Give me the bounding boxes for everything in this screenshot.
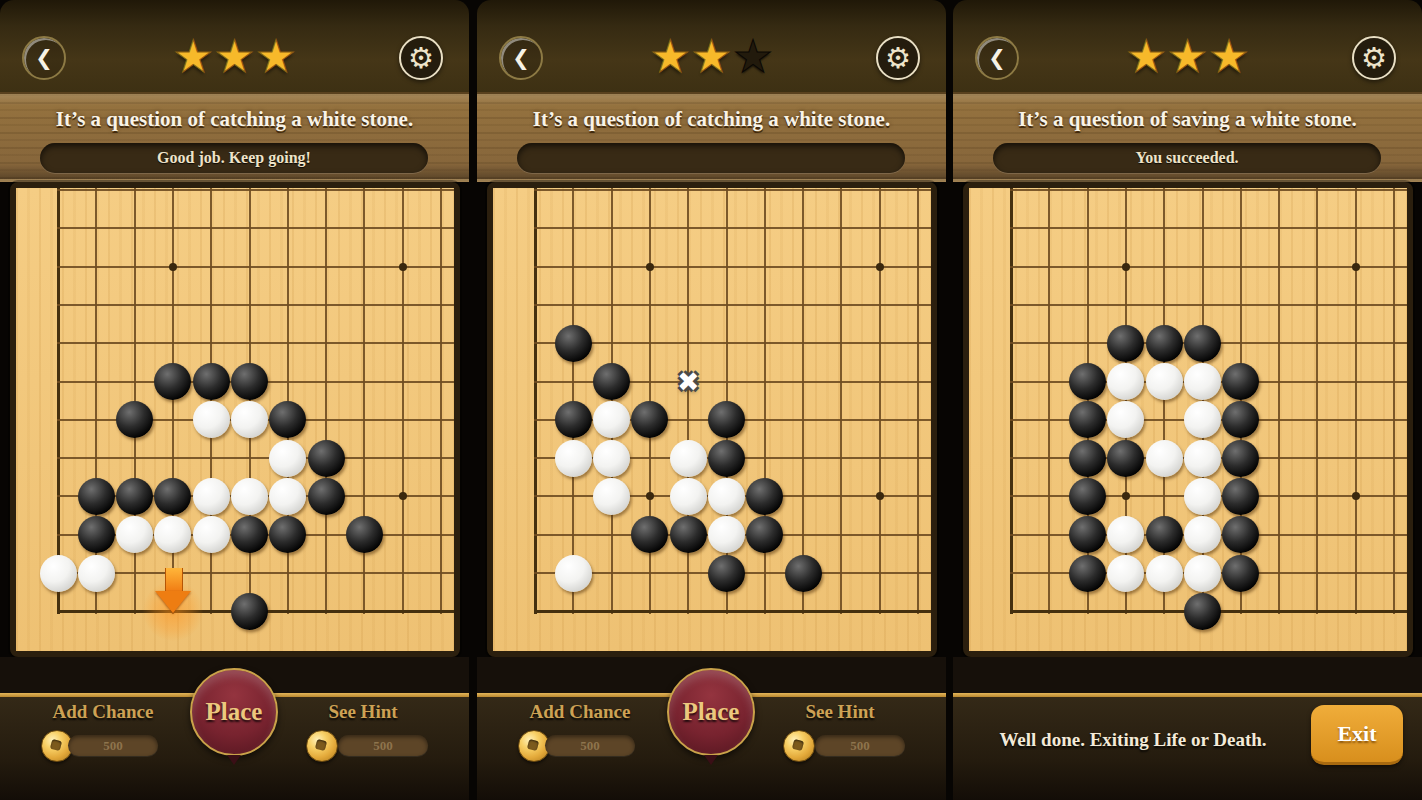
see-hint-cost: 500	[815, 735, 905, 756]
black-stone	[116, 478, 153, 515]
black-stone	[631, 516, 668, 553]
add-chance-button[interactable]: Add Chance 500	[28, 701, 178, 767]
black-stone	[1222, 555, 1259, 592]
white-stone	[1184, 440, 1221, 477]
top-bar: ❮ ★★★ ⚙	[0, 0, 469, 92]
gear-icon: ⚙	[408, 38, 434, 78]
see-hint-cost: 500	[338, 735, 428, 756]
black-stone	[154, 478, 191, 515]
white-stone	[193, 478, 230, 515]
white-stone	[231, 478, 268, 515]
board-frame: ✖	[487, 182, 937, 657]
star-empty-icon: ★	[733, 28, 773, 86]
white-stone	[593, 478, 630, 515]
puzzle-objective: It’s a question of saving a white stone.	[953, 101, 1422, 137]
grid-line	[534, 342, 932, 344]
grid-line	[1010, 188, 1013, 614]
white-stone	[1107, 363, 1144, 400]
black-stone	[1184, 325, 1221, 362]
white-stone	[116, 516, 153, 553]
black-stone	[1146, 516, 1183, 553]
go-board[interactable]: ✖	[493, 188, 931, 651]
black-stone	[631, 401, 668, 438]
white-stone	[1146, 440, 1183, 477]
grid-line	[1010, 189, 1408, 191]
black-stone	[1222, 440, 1259, 477]
white-stone	[269, 440, 306, 477]
black-stone	[1222, 401, 1259, 438]
black-stone	[708, 555, 745, 592]
black-stone	[231, 363, 268, 400]
puzzle-panel-1: ❮ ★★★ ⚙ It’s a question of catching a wh…	[0, 0, 469, 800]
puzzle-panel-3: ❮ ★★★ ⚙ It’s a question of saving a whit…	[953, 0, 1422, 800]
white-stone	[193, 401, 230, 438]
star-point	[1352, 492, 1360, 500]
white-stone	[1146, 555, 1183, 592]
grid-line	[57, 457, 455, 459]
grid-line	[325, 188, 327, 614]
grid-line	[534, 610, 932, 613]
puzzle-objective: It’s a question of catching a white ston…	[0, 101, 469, 137]
white-stone	[40, 555, 77, 592]
white-stone	[670, 478, 707, 515]
star-filled-icon: ★	[214, 28, 254, 86]
gear-icon: ⚙	[885, 38, 911, 78]
grid-line	[534, 304, 932, 306]
black-stone	[1107, 325, 1144, 362]
banner: It’s a question of catching a white ston…	[0, 92, 469, 182]
add-chance-label: Add Chance	[28, 701, 178, 723]
grid-line	[534, 189, 932, 191]
star-point	[646, 263, 654, 271]
grid-line	[57, 342, 455, 344]
settings-button[interactable]: ⚙	[876, 36, 920, 80]
white-stone	[670, 440, 707, 477]
white-stone	[708, 478, 745, 515]
place-button[interactable]: Place	[667, 668, 755, 756]
white-stone	[154, 516, 191, 553]
white-stone	[555, 555, 592, 592]
add-chance-cost: 500	[68, 735, 158, 756]
grid-line	[1010, 227, 1408, 229]
black-stone	[785, 555, 822, 592]
black-stone	[78, 516, 115, 553]
white-stone	[1184, 401, 1221, 438]
white-stone	[193, 516, 230, 553]
coin-icon	[306, 730, 338, 762]
black-stone	[308, 478, 345, 515]
gear-icon: ⚙	[1361, 38, 1387, 78]
white-stone	[78, 555, 115, 592]
grid-line	[1010, 304, 1408, 306]
white-stone	[1184, 555, 1221, 592]
board-frame	[10, 182, 460, 657]
black-stone	[708, 401, 745, 438]
go-board[interactable]	[16, 188, 454, 651]
black-stone	[1069, 401, 1106, 438]
grid-line	[1278, 188, 1280, 614]
white-stone	[1107, 401, 1144, 438]
see-hint-button[interactable]: See Hint 500	[765, 701, 915, 767]
black-stone	[308, 440, 345, 477]
black-stone	[231, 593, 268, 630]
black-stone	[269, 401, 306, 438]
black-stone	[670, 516, 707, 553]
black-stone	[1146, 325, 1183, 362]
go-board[interactable]	[969, 188, 1407, 651]
black-stone	[1069, 440, 1106, 477]
white-stone	[708, 516, 745, 553]
place-label: Place	[683, 698, 740, 725]
banner: It’s a question of catching a white ston…	[477, 92, 946, 182]
star-filled-icon: ★	[173, 28, 213, 86]
white-stone	[231, 401, 268, 438]
white-stone	[593, 401, 630, 438]
star-point	[1122, 263, 1130, 271]
grid-line	[802, 188, 804, 614]
star-filled-icon: ★	[650, 28, 690, 86]
star-filled-icon: ★	[256, 28, 296, 86]
grid-line	[1355, 188, 1357, 614]
star-point	[399, 263, 407, 271]
coin-icon	[783, 730, 815, 762]
black-stone	[1069, 363, 1106, 400]
black-stone	[1069, 555, 1106, 592]
white-stone	[593, 440, 630, 477]
banner: It’s a question of saving a white stone.…	[953, 92, 1422, 182]
grid-line	[1393, 188, 1395, 614]
star-point	[876, 263, 884, 271]
grid-line	[57, 189, 455, 191]
white-stone	[1184, 478, 1221, 515]
add-chance-cost: 500	[545, 735, 635, 756]
grid-line	[879, 188, 881, 614]
black-stone	[154, 363, 191, 400]
grid-line	[57, 266, 455, 268]
puzzle-panel-2: ❮ ★★★ ⚙ It’s a question of catching a wh…	[477, 0, 946, 800]
hint-arrow-icon	[165, 568, 183, 592]
grid-line	[57, 227, 455, 229]
star-point	[169, 263, 177, 271]
grid-line	[440, 188, 442, 614]
footer-spacer	[953, 657, 1422, 693]
bottom-bar: Add Chance 500 Place See Hint 500	[477, 657, 946, 800]
black-stone	[1184, 593, 1221, 630]
settings-button[interactable]: ⚙	[399, 36, 443, 80]
black-stone	[746, 516, 783, 553]
status-message	[517, 143, 905, 173]
go-puzzle-app: ❮ ★★★ ⚙ It’s a question of catching a wh…	[0, 0, 1422, 800]
white-stone	[555, 440, 592, 477]
black-stone	[231, 516, 268, 553]
grid-line	[1048, 188, 1050, 614]
top-bar: ❮ ★★★ ⚙	[953, 0, 1422, 92]
grid-line	[1316, 188, 1318, 614]
grid-line	[840, 188, 842, 614]
black-stone	[593, 363, 630, 400]
white-stone	[1184, 516, 1221, 553]
add-chance-label: Add Chance	[505, 701, 655, 723]
grid-line	[534, 227, 932, 229]
star-point	[1352, 263, 1360, 271]
grid-line	[57, 188, 60, 614]
bottom-bar: Add Chance 500 Place See Hint 500	[0, 657, 469, 800]
star-filled-icon: ★	[1167, 28, 1207, 86]
black-stone	[1222, 516, 1259, 553]
black-stone	[116, 401, 153, 438]
board-frame	[963, 182, 1413, 657]
grid-line	[534, 188, 537, 614]
star-filled-icon: ★	[1126, 28, 1166, 86]
add-chance-button[interactable]: Add Chance 500	[505, 701, 655, 767]
bottom-bar: Well done. Exiting Life or Death. Exit	[953, 657, 1422, 800]
see-hint-button[interactable]: See Hint 500	[288, 701, 438, 767]
star-point	[1122, 492, 1130, 500]
settings-button[interactable]: ⚙	[1352, 36, 1396, 80]
white-stone	[1107, 516, 1144, 553]
grid-line	[917, 188, 919, 614]
black-stone	[346, 516, 383, 553]
star-point	[399, 492, 407, 500]
grid-line	[57, 304, 455, 306]
black-stone	[1222, 478, 1259, 515]
place-label: Place	[206, 698, 263, 725]
black-stone	[1107, 440, 1144, 477]
hint-arrow-icon	[155, 591, 191, 613]
star-filled-icon: ★	[1209, 28, 1249, 86]
grid-line	[57, 572, 455, 574]
star-filled-icon: ★	[691, 28, 731, 86]
grid-line	[534, 266, 932, 268]
grid-line	[402, 188, 404, 614]
white-stone	[269, 478, 306, 515]
exit-button[interactable]: Exit	[1311, 705, 1403, 765]
see-hint-label: See Hint	[765, 701, 915, 723]
black-stone	[746, 478, 783, 515]
black-stone	[1069, 478, 1106, 515]
puzzle-objective: It’s a question of catching a white ston…	[477, 101, 946, 137]
black-stone	[269, 516, 306, 553]
grid-line	[1010, 266, 1408, 268]
status-message: You succeeded.	[993, 143, 1381, 173]
place-button[interactable]: Place	[190, 668, 278, 756]
star-point	[876, 492, 884, 500]
black-stone	[193, 363, 230, 400]
black-stone	[78, 478, 115, 515]
exit-message: Well done. Exiting Life or Death.	[973, 726, 1293, 754]
white-stone	[1107, 555, 1144, 592]
black-stone	[555, 325, 592, 362]
black-stone	[555, 401, 592, 438]
x-mark-icon: ✖	[668, 362, 708, 402]
black-stone	[708, 440, 745, 477]
top-bar: ❮ ★★★ ⚙	[477, 0, 946, 92]
black-stone	[1222, 363, 1259, 400]
black-stone	[1069, 516, 1106, 553]
white-stone	[1146, 363, 1183, 400]
see-hint-label: See Hint	[288, 701, 438, 723]
status-message: Good job. Keep going!	[40, 143, 428, 173]
star-point	[646, 492, 654, 500]
white-stone	[1184, 363, 1221, 400]
